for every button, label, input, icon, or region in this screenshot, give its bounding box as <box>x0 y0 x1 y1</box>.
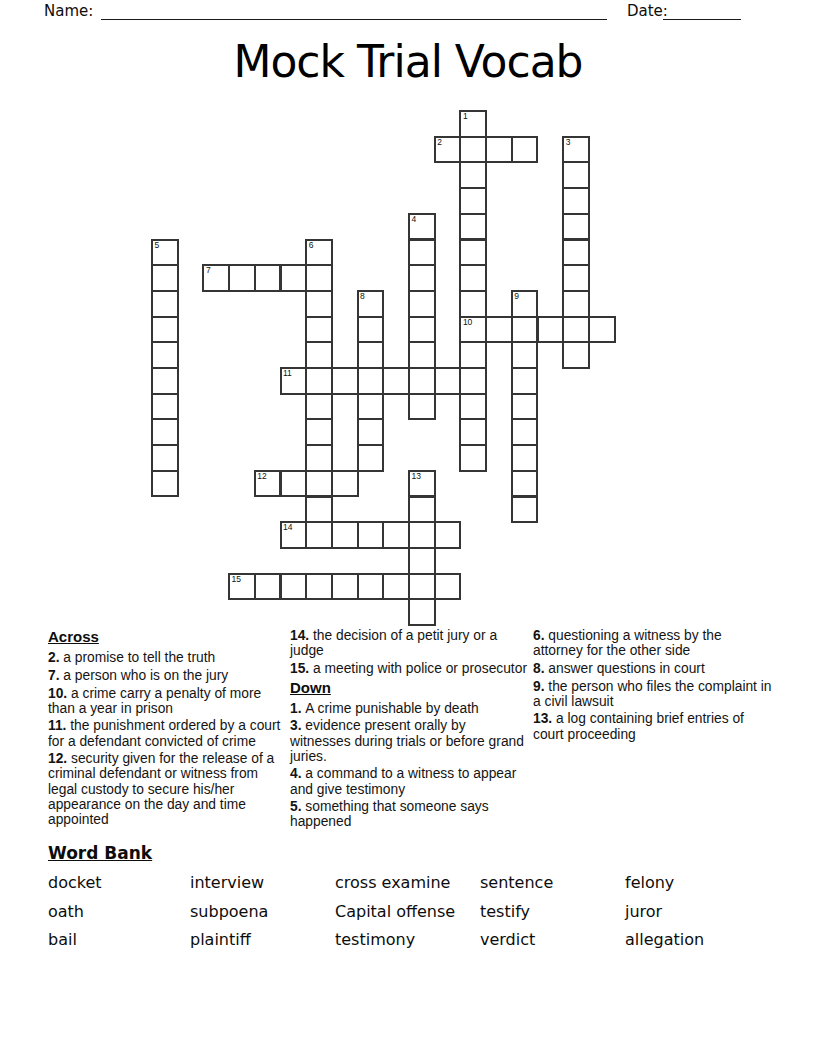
cell-number-13: 13 <box>412 472 421 482</box>
word-bank-word-r2c2: testimony <box>335 929 480 958</box>
grid-cell-r5c6[interactable]: 6 <box>305 239 333 267</box>
cell-number-14: 14 <box>283 523 292 533</box>
clue-across-12: 12. security given for the release of a … <box>48 751 288 827</box>
cell-number-3: 3 <box>566 138 571 148</box>
clue-down-9: 9. the person who files the complaint in… <box>533 679 772 709</box>
grid-cell-r10c7[interactable] <box>331 367 359 395</box>
grid-cell-r5c12[interactable] <box>459 239 487 267</box>
grid-cell-r6c5[interactable] <box>280 264 308 292</box>
grid-cell-r10c10[interactable] <box>408 367 436 395</box>
date-label: Date: <box>627 2 668 20</box>
grid-cell-r18c5[interactable] <box>280 573 308 601</box>
grid-cell-r9c12[interactable] <box>459 341 487 369</box>
word-bank-heading: Word Bank <box>48 844 152 864</box>
grid-cell-r11c10[interactable] <box>408 393 436 421</box>
grid-cell-r7c6[interactable] <box>305 290 333 318</box>
grid-cell-r3c12[interactable] <box>459 187 487 215</box>
grid-cell-r10c11[interactable] <box>434 367 462 395</box>
grid-cell-r11c8[interactable] <box>357 393 385 421</box>
grid-cell-r12c6[interactable] <box>305 418 333 446</box>
clue-down-5: 5. something that someone says happened <box>290 799 528 829</box>
grid-cell-r14c10[interactable]: 13 <box>408 470 436 498</box>
grid-cell-r7c0[interactable] <box>151 290 179 318</box>
word-bank-word-r1c4: juror <box>625 901 788 930</box>
grid-cell-r8c6[interactable] <box>305 316 333 344</box>
grid-cell-r6c3[interactable] <box>228 264 256 292</box>
grid-cell-r13c0[interactable] <box>151 444 179 472</box>
grid-cell-r4c10[interactable]: 4 <box>408 213 436 241</box>
grid-cell-r18c3[interactable]: 15 <box>228 573 256 601</box>
grid-cell-r8c16[interactable] <box>562 316 590 344</box>
clue-down-6: 6. questioning a witness by the attorney… <box>533 628 772 658</box>
page-title: Mock Trial Vocab <box>0 38 816 86</box>
grid-cell-r1c11[interactable]: 2 <box>434 136 462 164</box>
grid-cell-r18c7[interactable] <box>331 573 359 601</box>
word-bank-word-r0c2: cross examine <box>335 872 480 901</box>
grid-cell-r14c5[interactable] <box>280 470 308 498</box>
grid-cell-r13c12[interactable] <box>459 444 487 472</box>
clue-across-10: 10. a crime carry a penalty of more than… <box>48 686 288 716</box>
grid-cell-r16c10[interactable] <box>408 521 436 549</box>
grid-cell-r12c8[interactable] <box>357 418 385 446</box>
grid-cell-r11c0[interactable] <box>151 393 179 421</box>
grid-cell-r10c12[interactable] <box>459 367 487 395</box>
grid-cell-r10c8[interactable] <box>357 367 385 395</box>
grid-cell-r9c10[interactable] <box>408 341 436 369</box>
grid-cell-r6c2[interactable]: 7 <box>202 264 230 292</box>
grid-cell-r15c6[interactable] <box>305 496 333 524</box>
clue-down-3: 3. evidence present orally by witnesses … <box>290 718 528 764</box>
grid-cell-r5c10[interactable] <box>408 239 436 267</box>
cell-number-12: 12 <box>257 472 266 482</box>
grid-cell-r12c0[interactable] <box>151 418 179 446</box>
grid-cell-r3c16[interactable] <box>562 187 590 215</box>
grid-cell-r0c12[interactable]: 1 <box>459 110 487 138</box>
grid-cell-r1c16[interactable]: 3 <box>562 136 590 164</box>
grid-cell-r7c16[interactable] <box>562 290 590 318</box>
grid-cell-r18c6[interactable] <box>305 573 333 601</box>
grid-cell-r5c16[interactable] <box>562 239 590 267</box>
grid-cell-r14c4[interactable]: 12 <box>254 470 282 498</box>
cell-number-15: 15 <box>232 575 241 585</box>
grid-cell-r8c13[interactable] <box>485 316 513 344</box>
grid-cell-r7c8[interactable]: 8 <box>357 290 385 318</box>
clue-down-1: 1. A crime punishable by death <box>290 701 528 716</box>
name-fill-line[interactable] <box>101 4 607 20</box>
grid-cell-r13c6[interactable] <box>305 444 333 472</box>
grid-cell-r8c0[interactable] <box>151 316 179 344</box>
grid-cell-r1c13[interactable] <box>485 136 513 164</box>
grid-cell-r4c16[interactable] <box>562 213 590 241</box>
grid-cell-r10c5[interactable]: 11 <box>280 367 308 395</box>
grid-cell-r8c12[interactable]: 10 <box>459 316 487 344</box>
cell-number-5: 5 <box>155 241 160 251</box>
grid-cell-r7c12[interactable] <box>459 290 487 318</box>
down-heading: Down <box>290 679 528 696</box>
grid-cell-r11c14[interactable] <box>511 393 539 421</box>
grid-cell-r6c12[interactable] <box>459 264 487 292</box>
grid-cell-r12c14[interactable] <box>511 418 539 446</box>
clue-column-1: Across2. a promise to tell the truth7. a… <box>48 628 288 830</box>
grid-cell-r17c10[interactable] <box>408 547 436 575</box>
grid-cell-r13c14[interactable] <box>511 444 539 472</box>
grid-cell-r6c6[interactable] <box>305 264 333 292</box>
clue-across-15: 15. a meeting with police or prosecutor <box>290 661 528 676</box>
cell-number-10: 10 <box>463 318 472 328</box>
word-bank-word-r2c0: bail <box>48 929 190 958</box>
grid-cell-r1c14[interactable] <box>511 136 539 164</box>
word-bank-word-r1c0: oath <box>48 901 190 930</box>
grid-cell-r19c10[interactable] <box>408 598 436 626</box>
grid-cell-r11c6[interactable] <box>305 393 333 421</box>
clue-column-3: 6. questioning a witness by the attorney… <box>533 628 772 744</box>
clue-across-14: 14. the decision of a petit jury or a ju… <box>290 628 528 658</box>
grid-cell-r1c12[interactable] <box>459 136 487 164</box>
grid-cell-r2c12[interactable] <box>459 161 487 189</box>
grid-cell-r16c6[interactable] <box>305 521 333 549</box>
grid-cell-r16c7[interactable] <box>331 521 359 549</box>
grid-cell-r18c9[interactable] <box>382 573 410 601</box>
grid-cell-r14c0[interactable] <box>151 470 179 498</box>
across-heading: Across <box>48 628 288 645</box>
word-bank-word-r0c1: interview <box>190 872 335 901</box>
cell-number-9: 9 <box>514 292 519 302</box>
clue-down-4: 4. a command to a witness to appear and … <box>290 766 528 796</box>
word-bank-word-r2c1: plaintiff <box>190 929 335 958</box>
name-label: Name: <box>44 2 93 20</box>
grid-cell-r9c8[interactable] <box>357 341 385 369</box>
grid-cell-r11c12[interactable] <box>459 393 487 421</box>
grid-cell-r9c14[interactable] <box>511 341 539 369</box>
grid-cell-r8c14[interactable] <box>511 316 539 344</box>
grid-cell-r9c16[interactable] <box>562 341 590 369</box>
clue-across-11: 11. the punishment ordered by a court fo… <box>48 718 288 748</box>
word-bank-word-r0c4: felony <box>625 872 788 901</box>
grid-cell-r10c0[interactable] <box>151 367 179 395</box>
grid-cell-r8c17[interactable] <box>588 316 616 344</box>
clue-column-2: 14. the decision of a petit jury or a ju… <box>290 628 528 832</box>
cell-number-11: 11 <box>283 369 292 379</box>
word-bank-grid: docketinterviewcross examinesentencefelo… <box>48 872 788 958</box>
grid-cell-r18c8[interactable] <box>357 573 385 601</box>
grid-cell-r14c14[interactable] <box>511 470 539 498</box>
grid-cell-r6c4[interactable] <box>254 264 282 292</box>
word-bank-word-r2c4: allegation <box>625 929 788 958</box>
clue-across-7: 7. a person who is on the jury <box>48 668 288 683</box>
grid-cell-r15c10[interactable] <box>408 496 436 524</box>
cell-number-8: 8 <box>360 292 365 302</box>
grid-cell-r6c0[interactable] <box>151 264 179 292</box>
grid-cell-r10c14[interactable] <box>511 367 539 395</box>
grid-cell-r12c12[interactable] <box>459 418 487 446</box>
clue-across-2: 2. a promise to tell the truth <box>48 650 288 665</box>
worksheet-page: Name: Date: Mock Trial Vocab 12345678910… <box>0 0 816 1056</box>
word-bank-word-r0c3: sentence <box>480 872 625 901</box>
grid-cell-r16c8[interactable] <box>357 521 385 549</box>
grid-cell-r10c9[interactable] <box>382 367 410 395</box>
grid-cell-r8c15[interactable] <box>537 316 565 344</box>
cell-number-6: 6 <box>309 241 314 251</box>
grid-cell-r7c14[interactable]: 9 <box>511 290 539 318</box>
cell-number-4: 4 <box>412 215 417 225</box>
grid-cell-r6c16[interactable] <box>562 264 590 292</box>
word-bank-word-r2c3: verdict <box>480 929 625 958</box>
grid-cell-r14c6[interactable] <box>305 470 333 498</box>
grid-cell-r2c16[interactable] <box>562 161 590 189</box>
grid-cell-r16c5[interactable]: 14 <box>280 521 308 549</box>
grid-cell-r18c10[interactable] <box>408 573 436 601</box>
word-bank-word-r1c3: testify <box>480 901 625 930</box>
grid-cell-r10c6[interactable] <box>305 367 333 395</box>
word-bank-word-r0c0: docket <box>48 872 190 901</box>
grid-cell-r6c10[interactable] <box>408 264 436 292</box>
cell-number-7: 7 <box>206 266 211 276</box>
date-fill-line[interactable] <box>663 4 741 20</box>
word-bank-word-r1c1: subpoena <box>190 901 335 930</box>
grid-cell-r13c8[interactable] <box>357 444 385 472</box>
grid-cell-r9c0[interactable] <box>151 341 179 369</box>
grid-cell-r15c14[interactable] <box>511 496 539 524</box>
grid-cell-r14c7[interactable] <box>331 470 359 498</box>
grid-cell-r18c4[interactable] <box>254 573 282 601</box>
cell-number-2: 2 <box>437 138 442 148</box>
grid-cell-r16c9[interactable] <box>382 521 410 549</box>
grid-cell-r5c0[interactable]: 5 <box>151 239 179 267</box>
grid-cell-r4c12[interactable] <box>459 213 487 241</box>
grid-cell-r8c8[interactable] <box>357 316 385 344</box>
grid-cell-r9c6[interactable] <box>305 341 333 369</box>
grid-cell-r16c11[interactable] <box>434 521 462 549</box>
word-bank-word-r1c2: Capital offense <box>335 901 480 930</box>
grid-cell-r7c10[interactable] <box>408 290 436 318</box>
cell-number-1: 1 <box>463 112 468 122</box>
grid-cell-r8c10[interactable] <box>408 316 436 344</box>
clue-down-8: 8. answer questions in court <box>533 661 772 676</box>
clue-down-13: 13. a log containing brief entries of co… <box>533 711 772 741</box>
grid-cell-r18c11[interactable] <box>434 573 462 601</box>
